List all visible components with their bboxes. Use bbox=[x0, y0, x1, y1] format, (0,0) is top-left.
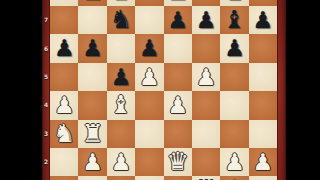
square-b3[interactable]: ♜ bbox=[78, 120, 106, 148]
piece-black-pawn-e7[interactable]: ♟ bbox=[164, 6, 192, 34]
square-h1[interactable] bbox=[249, 176, 277, 180]
square-a2[interactable] bbox=[50, 148, 78, 176]
square-d7[interactable] bbox=[135, 6, 163, 34]
square-f5[interactable]: ♟ bbox=[192, 63, 220, 91]
board-frame: ♜♛♜♚♞♟♟♝♟♟♟♟♟♟♟♟♟♝♟♞♜♟♟♛♟♟♜♚ bbox=[42, 0, 286, 180]
square-g1[interactable]: ♚ bbox=[220, 176, 248, 180]
square-h7[interactable]: ♟ bbox=[249, 6, 277, 34]
square-d6[interactable]: ♟ bbox=[135, 34, 163, 62]
piece-white-pawn-a4[interactable]: ♟ bbox=[50, 91, 78, 119]
square-b4[interactable] bbox=[78, 91, 106, 119]
piece-black-pawn-a6[interactable]: ♟ bbox=[50, 34, 78, 62]
square-c3[interactable] bbox=[107, 120, 135, 148]
square-e1[interactable] bbox=[164, 176, 192, 180]
square-e5[interactable] bbox=[164, 63, 192, 91]
piece-black-pawn-d6[interactable]: ♟ bbox=[135, 34, 163, 62]
square-h3[interactable] bbox=[249, 120, 277, 148]
rank-label-3: 3 bbox=[42, 131, 50, 137]
square-d1[interactable] bbox=[135, 176, 163, 180]
rank-label-7: 7 bbox=[42, 17, 50, 23]
square-d2[interactable] bbox=[135, 148, 163, 176]
square-a7[interactable] bbox=[50, 6, 78, 34]
piece-black-pawn-g6[interactable]: ♟ bbox=[220, 34, 248, 62]
square-e3[interactable] bbox=[164, 120, 192, 148]
piece-white-rook-f1[interactable]: ♜ bbox=[192, 176, 220, 180]
square-d3[interactable] bbox=[135, 120, 163, 148]
square-c7[interactable]: ♞ bbox=[107, 6, 135, 34]
piece-white-pawn-d5[interactable]: ♟ bbox=[135, 63, 163, 91]
rank-label-column: 87654321 bbox=[42, 0, 50, 180]
square-f3[interactable] bbox=[192, 120, 220, 148]
square-g5[interactable] bbox=[220, 63, 248, 91]
square-h4[interactable] bbox=[249, 91, 277, 119]
square-a3[interactable]: ♞ bbox=[50, 120, 78, 148]
rank-label-5: 5 bbox=[42, 74, 50, 80]
piece-white-pawn-e4[interactable]: ♟ bbox=[164, 91, 192, 119]
piece-white-pawn-f5[interactable]: ♟ bbox=[192, 63, 220, 91]
square-f2[interactable] bbox=[192, 148, 220, 176]
square-b5[interactable] bbox=[78, 63, 106, 91]
piece-black-knight-c7[interactable]: ♞ bbox=[107, 6, 135, 34]
square-h2[interactable]: ♟ bbox=[249, 148, 277, 176]
square-g6[interactable]: ♟ bbox=[220, 34, 248, 62]
square-a4[interactable]: ♟ bbox=[50, 91, 78, 119]
piece-black-pawn-h7[interactable]: ♟ bbox=[249, 6, 277, 34]
piece-white-queen-e2[interactable]: ♛ bbox=[164, 148, 192, 176]
square-f4[interactable] bbox=[192, 91, 220, 119]
chess-board: ♜♛♜♚♞♟♟♝♟♟♟♟♟♟♟♟♟♝♟♞♜♟♟♛♟♟♜♚ bbox=[50, 0, 277, 180]
square-e4[interactable]: ♟ bbox=[164, 91, 192, 119]
square-e7[interactable]: ♟ bbox=[164, 6, 192, 34]
square-a6[interactable]: ♟ bbox=[50, 34, 78, 62]
square-c6[interactable] bbox=[107, 34, 135, 62]
square-c4[interactable]: ♝ bbox=[107, 91, 135, 119]
piece-white-king-g1[interactable]: ♚ bbox=[220, 176, 248, 180]
piece-black-pawn-c5[interactable]: ♟ bbox=[107, 63, 135, 91]
square-e6[interactable] bbox=[164, 34, 192, 62]
square-g4[interactable] bbox=[220, 91, 248, 119]
square-c5[interactable]: ♟ bbox=[107, 63, 135, 91]
piece-black-pawn-f7[interactable]: ♟ bbox=[192, 6, 220, 34]
rank-label-2: 2 bbox=[42, 159, 50, 165]
rank-label-4: 4 bbox=[42, 102, 50, 108]
square-h5[interactable] bbox=[249, 63, 277, 91]
piece-black-pawn-b6[interactable]: ♟ bbox=[78, 34, 106, 62]
rank-label-6: 6 bbox=[42, 46, 50, 52]
piece-white-rook-b3[interactable]: ♜ bbox=[78, 120, 106, 148]
square-f7[interactable]: ♟ bbox=[192, 6, 220, 34]
square-g7[interactable]: ♝ bbox=[220, 6, 248, 34]
piece-white-pawn-b2[interactable]: ♟ bbox=[78, 148, 106, 176]
square-c2[interactable]: ♟ bbox=[107, 148, 135, 176]
square-a1[interactable] bbox=[50, 176, 78, 180]
chess-diagram-stage: ♜♛♜♚♞♟♟♝♟♟♟♟♟♟♟♟♟♝♟♞♜♟♟♛♟♟♜♚ 87654321 bbox=[0, 0, 320, 180]
piece-white-pawn-h2[interactable]: ♟ bbox=[249, 148, 277, 176]
square-c1[interactable] bbox=[107, 176, 135, 180]
square-e2[interactable]: ♛ bbox=[164, 148, 192, 176]
square-b1[interactable] bbox=[78, 176, 106, 180]
square-b7[interactable] bbox=[78, 6, 106, 34]
piece-black-bishop-g7[interactable]: ♝ bbox=[220, 6, 248, 34]
piece-white-knight-a3[interactable]: ♞ bbox=[50, 120, 78, 148]
piece-white-bishop-c4[interactable]: ♝ bbox=[107, 91, 135, 119]
square-d5[interactable]: ♟ bbox=[135, 63, 163, 91]
piece-white-pawn-c2[interactable]: ♟ bbox=[107, 148, 135, 176]
square-g2[interactable]: ♟ bbox=[220, 148, 248, 176]
square-d4[interactable] bbox=[135, 91, 163, 119]
square-h6[interactable] bbox=[249, 34, 277, 62]
square-b6[interactable]: ♟ bbox=[78, 34, 106, 62]
piece-white-pawn-g2[interactable]: ♟ bbox=[220, 148, 248, 176]
square-a5[interactable] bbox=[50, 63, 78, 91]
square-b2[interactable]: ♟ bbox=[78, 148, 106, 176]
square-f1[interactable]: ♜ bbox=[192, 176, 220, 180]
square-g3[interactable] bbox=[220, 120, 248, 148]
square-f6[interactable] bbox=[192, 34, 220, 62]
